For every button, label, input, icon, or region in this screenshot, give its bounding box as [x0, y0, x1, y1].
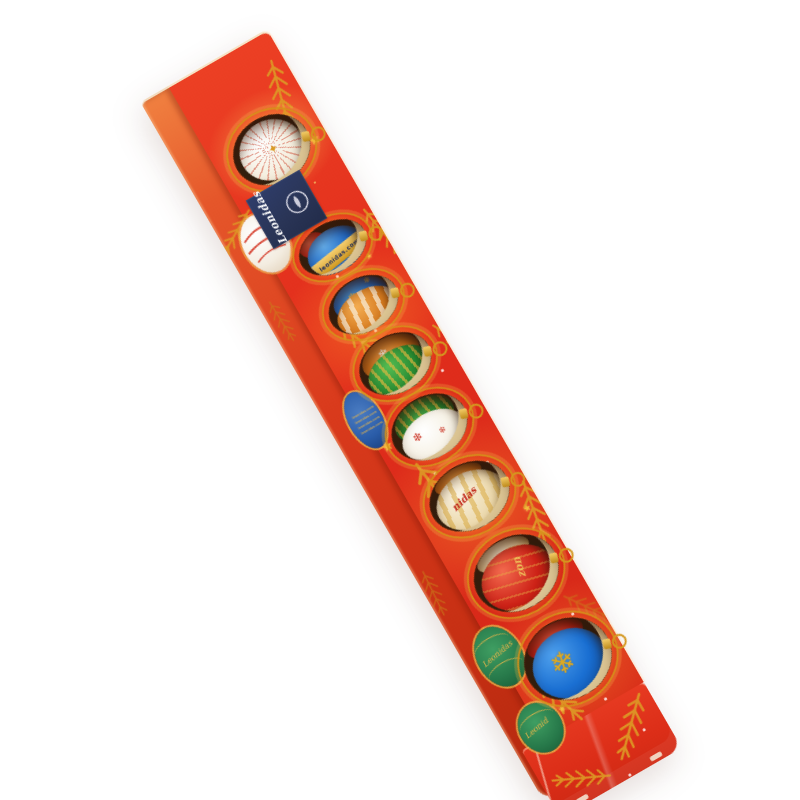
flap-crease — [535, 750, 555, 800]
product-photo-scene: ✦ leonidas.com — [0, 0, 800, 800]
box-top-face: ✦ leonidas.com — [168, 29, 644, 739]
flap-notch — [576, 793, 590, 800]
box-window-8: ❄ — [509, 602, 627, 716]
flap-notch — [649, 751, 663, 762]
photo-canvas: ✦ leonidas.com — [0, 0, 800, 800]
chocolate-box: ✦ leonidas.com — [140, 29, 681, 800]
leonidas-emblem-icon — [280, 184, 316, 220]
